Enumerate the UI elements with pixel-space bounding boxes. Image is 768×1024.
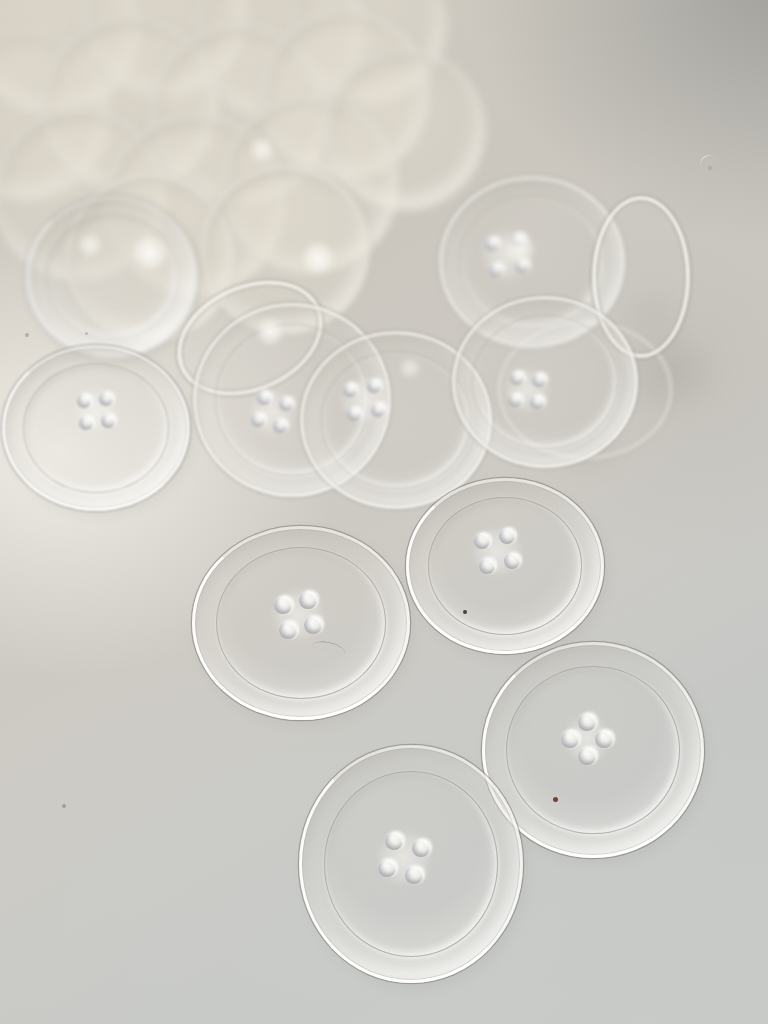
frosted-holes-blob: [74, 229, 106, 261]
dust-dot: [85, 332, 88, 335]
button-hole: [347, 407, 361, 421]
button-left: [2, 345, 190, 511]
button-upper-left: [26, 196, 198, 358]
button-hole: [405, 866, 423, 884]
button-inner-ring: [343, 68, 468, 193]
button-bottom-center: [299, 745, 523, 983]
button-hole: [508, 393, 522, 407]
hole-frost-patch: [67, 382, 124, 439]
stray-fiber: [697, 152, 715, 168]
button-hole: [279, 397, 293, 411]
dust-dot: [62, 804, 66, 808]
button-hole: [510, 371, 524, 385]
button-hole: [578, 747, 596, 765]
button-hole: [274, 596, 292, 614]
button-center-right: [406, 478, 604, 654]
button-hole: [378, 859, 396, 877]
button-hole: [385, 832, 403, 850]
dust-dot: [708, 166, 712, 170]
button-hole: [578, 713, 596, 731]
dust-dot: [25, 333, 29, 337]
button-hole: [504, 553, 520, 569]
button-hole: [499, 528, 515, 544]
button-hole: [561, 730, 579, 748]
button-hole: [79, 416, 93, 430]
frosted-holes-blob: [126, 229, 174, 277]
button-hole: [101, 414, 115, 428]
frosted-holes-blob: [296, 236, 340, 280]
hole-frost-patch: [465, 519, 530, 584]
button-hole: [479, 558, 495, 574]
button-hole: [279, 621, 297, 639]
hole-frost-patch: [497, 360, 557, 420]
button-hole: [99, 392, 113, 406]
button-hole: [273, 419, 287, 433]
hole-frost-patch: [242, 382, 302, 442]
button-hole: [343, 383, 357, 397]
button-hole: [412, 839, 430, 857]
button-hole: [371, 403, 385, 417]
dust-speck: [553, 797, 558, 802]
hole-frost-patch: [264, 581, 332, 649]
button-hole: [77, 394, 91, 408]
photo-clear-buttons-scene: [0, 0, 768, 1024]
button-cluster-right: [452, 296, 638, 468]
button-hole: [257, 391, 271, 405]
button-hole: [595, 730, 613, 748]
frosted-holes-blob: [252, 314, 288, 350]
dust-speck: [463, 610, 467, 614]
button-hole: [532, 373, 546, 387]
frosted-holes-blob: [246, 134, 278, 166]
hole-frost-patch: [333, 369, 395, 431]
button-hole: [251, 413, 265, 427]
button-hole: [299, 591, 317, 609]
button-pile-disc: [325, 50, 485, 210]
frosted-holes-blob: [396, 354, 424, 382]
frosted-holes-blob: [500, 228, 540, 268]
button-mid-low: [192, 526, 410, 720]
